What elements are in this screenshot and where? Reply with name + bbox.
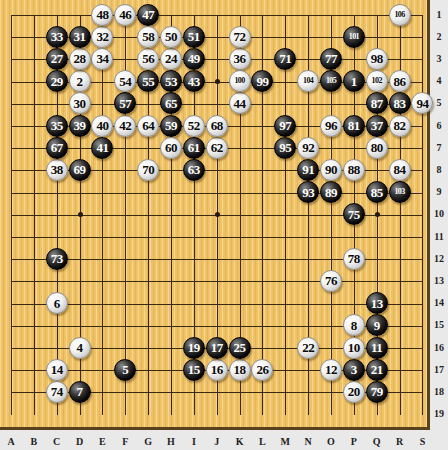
- move-number: 6: [54, 297, 60, 310]
- move-number: 100: [234, 77, 244, 85]
- row-label-8: 8: [430, 164, 448, 175]
- move-number: 8: [351, 319, 357, 332]
- stone-black-83[interactable]: 83: [389, 92, 411, 114]
- move-number: 82: [394, 119, 406, 132]
- move-number: 4: [77, 341, 83, 354]
- stone-black-85[interactable]: 85: [366, 181, 388, 203]
- stone-white-12[interactable]: 12: [320, 359, 342, 381]
- move-number: 104: [303, 77, 313, 85]
- row-label-13: 13: [430, 275, 448, 286]
- row-label-strip: [430, 0, 448, 450]
- stone-white-80[interactable]: 80: [366, 137, 388, 159]
- move-number: 31: [74, 30, 86, 43]
- move-number: 101: [349, 33, 359, 41]
- move-number: 35: [51, 119, 63, 132]
- move-number: 26: [256, 363, 268, 376]
- move-number: 28: [74, 52, 86, 65]
- move-number: 42: [119, 119, 131, 132]
- move-number: 32: [96, 30, 108, 43]
- move-number: 2: [77, 75, 83, 88]
- col-label-H: H: [162, 436, 180, 447]
- col-label-E: E: [93, 436, 111, 447]
- move-number: 17: [211, 341, 223, 354]
- stone-black-97[interactable]: 97: [274, 115, 296, 137]
- row-label-10: 10: [430, 208, 448, 219]
- stone-black-39[interactable]: 39: [69, 115, 91, 137]
- stone-black-27[interactable]: 27: [46, 48, 68, 70]
- stone-white-68[interactable]: 68: [206, 115, 228, 137]
- move-number: 14: [51, 363, 63, 376]
- move-number: 43: [188, 75, 200, 88]
- row-label-6: 6: [430, 120, 448, 131]
- stone-white-72[interactable]: 72: [229, 26, 251, 48]
- move-number: 70: [142, 163, 154, 176]
- stone-white-58[interactable]: 58: [137, 26, 159, 48]
- col-label-S: S: [413, 436, 431, 447]
- row-label-11: 11: [430, 231, 448, 242]
- star-point-J4: [215, 79, 220, 84]
- move-number: 24: [165, 52, 177, 65]
- stone-black-35[interactable]: 35: [46, 115, 68, 137]
- stone-white-64[interactable]: 64: [137, 115, 159, 137]
- stone-white-102[interactable]: 102: [366, 70, 388, 92]
- stone-white-10[interactable]: 10: [343, 337, 365, 359]
- move-number: 13: [371, 297, 383, 310]
- move-number: 16: [211, 363, 223, 376]
- move-number: 55: [142, 75, 154, 88]
- stone-black-89[interactable]: 89: [320, 181, 342, 203]
- move-number: 78: [348, 252, 360, 265]
- move-number: 50: [165, 30, 177, 43]
- move-number: 77: [325, 52, 337, 65]
- move-number: 97: [279, 119, 291, 132]
- row-label-2: 2: [430, 31, 448, 42]
- move-number: 64: [142, 119, 154, 132]
- stone-white-60[interactable]: 60: [160, 137, 182, 159]
- stone-white-44[interactable]: 44: [229, 92, 251, 114]
- stone-white-22[interactable]: 22: [297, 337, 319, 359]
- stone-black-5[interactable]: 5: [114, 359, 136, 381]
- stone-black-1[interactable]: 1: [343, 70, 365, 92]
- move-number: 56: [142, 52, 154, 65]
- stone-black-19[interactable]: 19: [183, 337, 205, 359]
- move-number: 38: [51, 163, 63, 176]
- stone-black-47[interactable]: 47: [137, 4, 159, 26]
- stone-white-76[interactable]: 76: [320, 270, 342, 292]
- move-number: 60: [165, 141, 177, 154]
- move-number: 94: [416, 97, 428, 110]
- stone-white-38[interactable]: 38: [46, 159, 68, 181]
- stone-white-50[interactable]: 50: [160, 26, 182, 48]
- col-label-R: R: [391, 436, 409, 447]
- stone-black-81[interactable]: 81: [343, 115, 365, 137]
- move-number: 46: [119, 8, 131, 21]
- stone-white-8[interactable]: 8: [343, 314, 365, 336]
- col-label-K: K: [231, 436, 249, 447]
- stone-black-59[interactable]: 59: [160, 115, 182, 137]
- move-number: 11: [371, 341, 382, 354]
- col-label-B: B: [25, 436, 43, 447]
- stone-white-88[interactable]: 88: [343, 159, 365, 181]
- stone-black-13[interactable]: 13: [366, 292, 388, 314]
- move-number: 44: [234, 97, 246, 110]
- stone-black-21[interactable]: 21: [366, 359, 388, 381]
- move-number: 58: [142, 30, 154, 43]
- move-number: 53: [165, 75, 177, 88]
- move-number: 34: [96, 52, 108, 65]
- stone-white-16[interactable]: 16: [206, 359, 228, 381]
- move-number: 81: [348, 119, 360, 132]
- move-number: 5: [122, 363, 128, 376]
- move-number: 68: [211, 119, 223, 132]
- move-number: 67: [51, 141, 63, 154]
- stone-black-105[interactable]: 105: [320, 70, 342, 92]
- stone-white-40[interactable]: 40: [91, 115, 113, 137]
- stone-white-74[interactable]: 74: [46, 381, 68, 403]
- move-number: 69: [74, 163, 86, 176]
- move-number: 37: [371, 119, 383, 132]
- move-number: 76: [325, 274, 337, 287]
- stone-black-53[interactable]: 53: [160, 70, 182, 92]
- stone-black-67[interactable]: 67: [46, 137, 68, 159]
- stone-white-42[interactable]: 42: [114, 115, 136, 137]
- move-number: 12: [325, 363, 337, 376]
- stone-white-24[interactable]: 24: [160, 48, 182, 70]
- stone-black-71[interactable]: 71: [274, 48, 296, 70]
- move-number: 79: [371, 385, 383, 398]
- move-number: 74: [51, 385, 63, 398]
- stone-black-79[interactable]: 79: [366, 381, 388, 403]
- stone-white-46[interactable]: 46: [114, 4, 136, 26]
- col-label-C: C: [48, 436, 66, 447]
- stone-white-36[interactable]: 36: [229, 48, 251, 70]
- col-label-G: G: [139, 436, 157, 447]
- move-number: 103: [394, 188, 404, 196]
- row-label-17: 17: [430, 364, 448, 375]
- move-number: 80: [371, 141, 383, 154]
- stone-black-11[interactable]: 11: [366, 337, 388, 359]
- move-number: 9: [374, 319, 380, 332]
- stone-white-26[interactable]: 26: [251, 359, 273, 381]
- move-number: 91: [302, 163, 314, 176]
- move-number: 18: [234, 363, 246, 376]
- move-number: 3: [351, 363, 357, 376]
- move-number: 84: [394, 163, 406, 176]
- row-label-14: 14: [430, 297, 448, 308]
- stone-black-103[interactable]: 103: [389, 181, 411, 203]
- move-number: 39: [74, 119, 86, 132]
- move-number: 62: [211, 141, 223, 154]
- stone-white-100[interactable]: 100: [229, 70, 251, 92]
- stone-black-41[interactable]: 41: [91, 137, 113, 159]
- stone-white-70[interactable]: 70: [137, 159, 159, 181]
- move-number: 72: [234, 30, 246, 43]
- move-number: 30: [74, 97, 86, 110]
- move-number: 85: [371, 186, 383, 199]
- stone-black-37[interactable]: 37: [366, 115, 388, 137]
- move-number: 87: [371, 97, 383, 110]
- stone-black-29[interactable]: 29: [46, 70, 68, 92]
- stone-white-48[interactable]: 48: [91, 4, 113, 26]
- move-number: 49: [188, 52, 200, 65]
- stone-black-15[interactable]: 15: [183, 359, 205, 381]
- go-kifu-diagram: 1234567891011121314151617181920212224252…: [0, 0, 448, 450]
- stone-black-33[interactable]: 33: [46, 26, 68, 48]
- stone-black-75[interactable]: 75: [343, 203, 365, 225]
- stone-black-73[interactable]: 73: [46, 248, 68, 270]
- stone-black-77[interactable]: 77: [320, 48, 342, 70]
- row-label-15: 15: [430, 319, 448, 330]
- stone-white-86[interactable]: 86: [389, 70, 411, 92]
- stone-white-20[interactable]: 20: [343, 381, 365, 403]
- move-number: 102: [372, 77, 382, 85]
- stone-white-30[interactable]: 30: [69, 92, 91, 114]
- row-label-3: 3: [430, 53, 448, 64]
- move-number: 96: [325, 119, 337, 132]
- stone-white-62[interactable]: 62: [206, 137, 228, 159]
- stone-black-87[interactable]: 87: [366, 92, 388, 114]
- move-number: 90: [325, 163, 337, 176]
- stone-black-43[interactable]: 43: [183, 70, 205, 92]
- move-number: 86: [394, 75, 406, 88]
- move-number: 89: [325, 186, 337, 199]
- move-number: 73: [51, 252, 63, 265]
- stone-white-106[interactable]: 106: [389, 4, 411, 26]
- move-number: 93: [302, 186, 314, 199]
- move-number: 83: [394, 97, 406, 110]
- stone-white-2[interactable]: 2: [69, 70, 91, 92]
- stone-black-51[interactable]: 51: [183, 26, 205, 48]
- move-number: 36: [234, 52, 246, 65]
- stone-white-4[interactable]: 4: [69, 337, 91, 359]
- stone-black-61[interactable]: 61: [183, 137, 205, 159]
- stone-white-92[interactable]: 92: [297, 137, 319, 159]
- stone-white-56[interactable]: 56: [137, 48, 159, 70]
- move-number: 47: [142, 8, 154, 21]
- row-label-4: 4: [430, 75, 448, 86]
- move-number: 15: [188, 363, 200, 376]
- move-number: 51: [188, 30, 200, 43]
- stone-white-98[interactable]: 98: [366, 48, 388, 70]
- move-number: 54: [119, 75, 131, 88]
- stone-black-7[interactable]: 7: [69, 381, 91, 403]
- col-label-M: M: [276, 436, 294, 447]
- col-label-J: J: [208, 436, 226, 447]
- move-number: 40: [96, 119, 108, 132]
- move-number: 105: [326, 77, 336, 85]
- stone-black-101[interactable]: 101: [343, 26, 365, 48]
- move-number: 75: [348, 208, 360, 221]
- move-number: 29: [51, 75, 63, 88]
- move-number: 106: [394, 11, 404, 19]
- stone-black-95[interactable]: 95: [274, 137, 296, 159]
- stone-white-6[interactable]: 6: [46, 292, 68, 314]
- move-number: 1: [351, 75, 357, 88]
- move-number: 33: [51, 30, 63, 43]
- stone-white-82[interactable]: 82: [389, 115, 411, 137]
- col-label-N: N: [299, 436, 317, 447]
- move-number: 21: [371, 363, 383, 376]
- row-label-16: 16: [430, 342, 448, 353]
- row-label-18: 18: [430, 386, 448, 397]
- row-label-19: 19: [430, 408, 448, 419]
- col-label-Q: Q: [368, 436, 386, 447]
- stone-white-96[interactable]: 96: [320, 115, 342, 137]
- move-number: 95: [279, 141, 291, 154]
- stone-black-9[interactable]: 9: [366, 314, 388, 336]
- stone-black-17[interactable]: 17: [206, 337, 228, 359]
- stone-black-91[interactable]: 91: [297, 159, 319, 181]
- move-number: 88: [348, 163, 360, 176]
- col-label-P: P: [345, 436, 363, 447]
- row-label-7: 7: [430, 142, 448, 153]
- stone-black-3[interactable]: 3: [343, 359, 365, 381]
- col-label-O: O: [322, 436, 340, 447]
- star-point-D10: [78, 212, 83, 217]
- move-number: 61: [188, 141, 200, 154]
- move-number: 59: [165, 119, 177, 132]
- stone-white-52[interactable]: 52: [183, 115, 205, 137]
- col-label-A: A: [2, 436, 20, 447]
- stone-white-84[interactable]: 84: [389, 159, 411, 181]
- move-number: 19: [188, 341, 200, 354]
- move-number: 25: [234, 341, 246, 354]
- move-number: 63: [188, 163, 200, 176]
- stone-black-25[interactable]: 25: [229, 337, 251, 359]
- stone-white-78[interactable]: 78: [343, 248, 365, 270]
- move-number: 92: [302, 141, 314, 154]
- stone-black-31[interactable]: 31: [69, 26, 91, 48]
- move-number: 99: [256, 75, 268, 88]
- move-number: 71: [279, 52, 291, 65]
- stone-white-90[interactable]: 90: [320, 159, 342, 181]
- stone-white-32[interactable]: 32: [91, 26, 113, 48]
- row-label-5: 5: [430, 97, 448, 108]
- stone-black-69[interactable]: 69: [69, 159, 91, 181]
- move-number: 20: [348, 385, 360, 398]
- move-number: 52: [188, 119, 200, 132]
- col-label-D: D: [71, 436, 89, 447]
- stone-black-49[interactable]: 49: [183, 48, 205, 70]
- go-board[interactable]: 1234567891011121314151617181920212224252…: [0, 0, 430, 430]
- col-label-I: I: [185, 436, 203, 447]
- stone-white-14[interactable]: 14: [46, 359, 68, 381]
- move-number: 65: [165, 97, 177, 110]
- row-label-1: 1: [430, 9, 448, 20]
- row-label-9: 9: [430, 186, 448, 197]
- move-number: 57: [119, 97, 131, 110]
- move-number: 41: [96, 141, 108, 154]
- stone-black-63[interactable]: 63: [183, 159, 205, 181]
- move-number: 10: [348, 341, 360, 354]
- stone-white-18[interactable]: 18: [229, 359, 251, 381]
- col-label-L: L: [253, 436, 271, 447]
- move-number: 98: [371, 52, 383, 65]
- move-number: 7: [77, 385, 83, 398]
- move-number: 48: [96, 8, 108, 21]
- row-label-12: 12: [430, 253, 448, 264]
- move-number: 27: [51, 52, 63, 65]
- move-number: 22: [302, 341, 314, 354]
- col-label-F: F: [116, 436, 134, 447]
- stone-white-28[interactable]: 28: [69, 48, 91, 70]
